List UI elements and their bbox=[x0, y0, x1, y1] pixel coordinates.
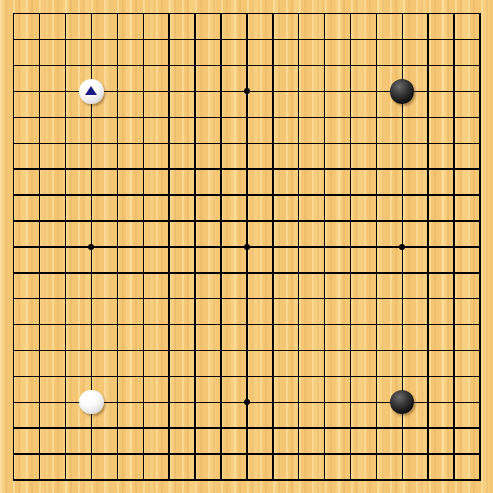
last-move-triangle-marker bbox=[85, 86, 97, 95]
stone-white-d4 bbox=[79, 390, 104, 415]
go-board[interactable] bbox=[0, 0, 493, 493]
stone-black-q4 bbox=[390, 390, 415, 415]
stone-white-d16 bbox=[79, 79, 104, 104]
stones-layer bbox=[1, 1, 493, 493]
stone-black-q16 bbox=[390, 79, 415, 104]
